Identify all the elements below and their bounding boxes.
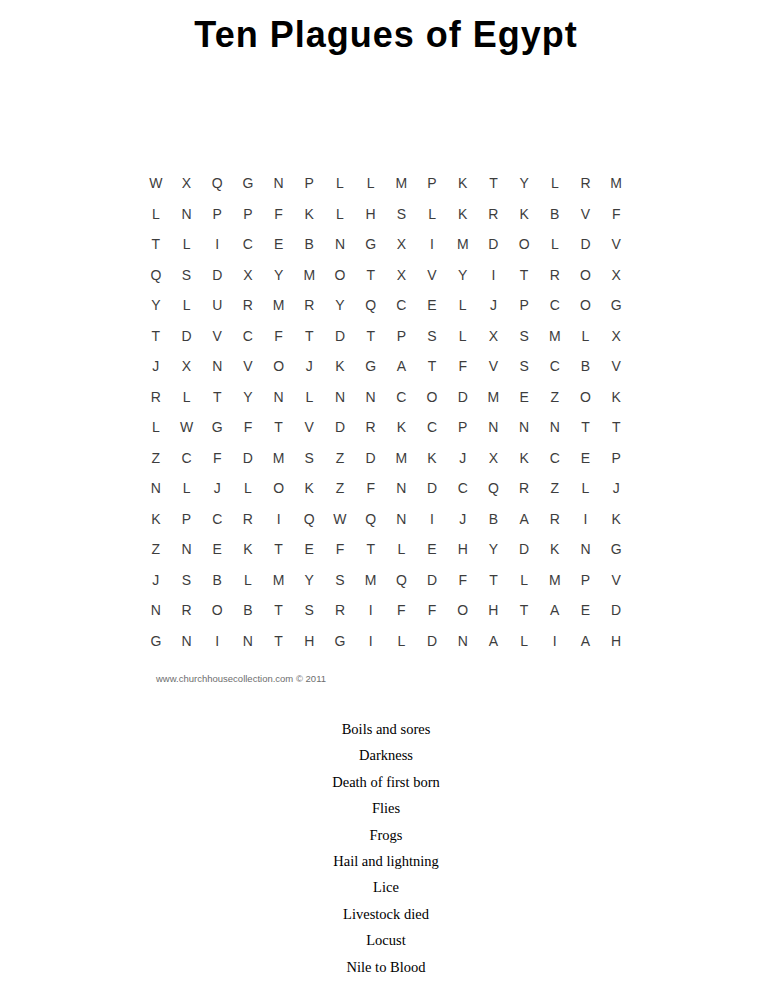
grid-cell: D: [417, 473, 448, 504]
grid-cell: D: [601, 595, 632, 626]
grid-cell: F: [355, 473, 386, 504]
grid-cell: O: [509, 229, 540, 260]
grid-cell: L: [570, 473, 601, 504]
grid-cell: K: [294, 473, 325, 504]
grid-cell: X: [601, 321, 632, 352]
grid-cell: N: [171, 534, 202, 565]
grid-cell: M: [478, 382, 509, 413]
grid-cell: F: [601, 199, 632, 230]
grid-cell: I: [417, 229, 448, 260]
grid-cell: L: [539, 168, 570, 199]
word-list-item: Nile to Blood: [0, 954, 772, 980]
grid-cell: S: [509, 321, 540, 352]
grid-cell: H: [355, 199, 386, 230]
grid-cell: O: [325, 260, 356, 291]
grid-cell: D: [233, 443, 264, 474]
grid-cell: O: [570, 290, 601, 321]
grid-cell: C: [202, 504, 233, 535]
grid-cell: R: [325, 595, 356, 626]
grid-cell: X: [478, 443, 509, 474]
grid-cell: T: [263, 412, 294, 443]
word-list: Boils and soresDarknessDeath of first bo…: [0, 716, 772, 980]
grid-cell: V: [570, 199, 601, 230]
grid-cell: R: [141, 382, 172, 413]
grid-cell: Q: [294, 504, 325, 535]
grid-cell: A: [539, 595, 570, 626]
grid-cell: Q: [478, 473, 509, 504]
grid-cell: W: [171, 412, 202, 443]
grid-cell: R: [171, 595, 202, 626]
grid-cell: D: [325, 412, 356, 443]
grid-cell: N: [171, 626, 202, 657]
grid-cell: R: [233, 290, 264, 321]
grid-cell: N: [386, 504, 417, 535]
grid-cell: L: [509, 626, 540, 657]
grid-cell: O: [570, 260, 601, 291]
grid-cell: K: [509, 199, 540, 230]
grid-cell: Y: [509, 168, 540, 199]
grid-cell: R: [539, 504, 570, 535]
grid-cell: N: [478, 412, 509, 443]
grid-cell: J: [141, 351, 172, 382]
grid-cell: Q: [202, 168, 233, 199]
grid-cell: K: [539, 534, 570, 565]
grid-cell: O: [263, 473, 294, 504]
grid-cell: N: [171, 199, 202, 230]
grid-cell: Y: [325, 290, 356, 321]
grid-cell: N: [141, 473, 172, 504]
grid-cell: T: [478, 565, 509, 596]
grid-cell: H: [447, 534, 478, 565]
grid-cell: C: [233, 229, 264, 260]
grid-cell: K: [447, 199, 478, 230]
grid-cell: X: [233, 260, 264, 291]
grid-cell: Y: [447, 260, 478, 291]
grid-cell: C: [233, 321, 264, 352]
grid-cell: K: [386, 412, 417, 443]
grid-cell: M: [263, 565, 294, 596]
grid-cell: V: [478, 351, 509, 382]
grid-cell: T: [141, 321, 172, 352]
grid-cell: H: [294, 626, 325, 657]
grid-cell: S: [294, 595, 325, 626]
grid-cell: D: [202, 260, 233, 291]
grid-cell: E: [294, 534, 325, 565]
grid-cell: T: [601, 412, 632, 443]
grid-cell: P: [570, 565, 601, 596]
grid-cell: K: [417, 443, 448, 474]
grid-cell: E: [417, 290, 448, 321]
grid-cell: J: [478, 290, 509, 321]
grid-cell: C: [539, 290, 570, 321]
grid-cell: K: [601, 504, 632, 535]
grid-cell: T: [263, 595, 294, 626]
grid-cell: V: [601, 565, 632, 596]
grid-cell: R: [539, 260, 570, 291]
grid-cell: L: [325, 168, 356, 199]
grid-cell: L: [386, 534, 417, 565]
grid-cell: Q: [141, 260, 172, 291]
grid-cell: N: [386, 473, 417, 504]
grid-cell: B: [478, 504, 509, 535]
word-list-item: Darkness: [0, 742, 772, 768]
grid-cell: L: [233, 565, 264, 596]
grid-cell: K: [233, 534, 264, 565]
grid-cell: P: [202, 199, 233, 230]
grid-cell: P: [417, 168, 448, 199]
grid-cell: V: [601, 229, 632, 260]
grid-cell: N: [202, 351, 233, 382]
grid-cell: I: [539, 626, 570, 657]
grid-cell: G: [355, 229, 386, 260]
word-list-item: Flies: [0, 795, 772, 821]
grid-cell: M: [386, 443, 417, 474]
grid-cell: M: [355, 565, 386, 596]
grid-cell: O: [417, 382, 448, 413]
grid-cell: B: [202, 565, 233, 596]
grid-cell: D: [325, 321, 356, 352]
grid-cell: K: [325, 351, 356, 382]
grid-cell: P: [294, 168, 325, 199]
puzzle-title: Ten Plagues of Egypt: [0, 14, 772, 56]
grid-cell: S: [294, 443, 325, 474]
grid-cell: D: [570, 229, 601, 260]
grid-cell: T: [202, 382, 233, 413]
grid-cell: P: [386, 321, 417, 352]
grid-cell: Q: [355, 504, 386, 535]
grid-cell: C: [171, 443, 202, 474]
grid-cell: T: [570, 412, 601, 443]
grid-cell: R: [294, 290, 325, 321]
grid-cell: V: [202, 321, 233, 352]
grid-cell: G: [202, 412, 233, 443]
grid-cell: R: [233, 504, 264, 535]
grid-cell: R: [570, 168, 601, 199]
grid-cell: O: [263, 351, 294, 382]
grid-cell: M: [601, 168, 632, 199]
grid-cell: D: [478, 229, 509, 260]
grid-cell: G: [355, 351, 386, 382]
grid-cell: T: [417, 351, 448, 382]
grid-cell: A: [570, 626, 601, 657]
grid-cell: S: [509, 351, 540, 382]
grid-cell: W: [141, 168, 172, 199]
grid-cell: D: [417, 626, 448, 657]
grid-cell: K: [601, 382, 632, 413]
grid-cell: M: [386, 168, 417, 199]
grid-cell: L: [294, 382, 325, 413]
grid-cell: G: [601, 534, 632, 565]
grid-cell: L: [355, 168, 386, 199]
word-list-item: Boils and sores: [0, 716, 772, 742]
grid-cell: L: [233, 473, 264, 504]
grid-cell: T: [141, 229, 172, 260]
word-search-grid: WXQGNPLLMPKTYLRMLNPPFKLHSLKRKBVFTLICEBNG…: [141, 168, 632, 656]
grid-cell: I: [263, 504, 294, 535]
grid-cell: N: [141, 595, 172, 626]
grid-cell: N: [263, 382, 294, 413]
grid-cell: S: [171, 260, 202, 291]
grid-cell: J: [202, 473, 233, 504]
grid-cell: F: [447, 565, 478, 596]
grid-cell: R: [478, 199, 509, 230]
grid-cell: L: [171, 382, 202, 413]
grid-cell: I: [478, 260, 509, 291]
grid-cell: Q: [386, 565, 417, 596]
page: Ten Plagues of Egypt WXQGNPLLMPKTYLRMLNP…: [0, 0, 772, 999]
grid-cell: Y: [233, 382, 264, 413]
grid-cell: G: [233, 168, 264, 199]
grid-cell: I: [417, 504, 448, 535]
grid-cell: T: [478, 168, 509, 199]
grid-cell: T: [355, 260, 386, 291]
grid-cell: D: [355, 443, 386, 474]
grid-cell: K: [447, 168, 478, 199]
grid-cell: J: [447, 504, 478, 535]
grid-cell: F: [263, 199, 294, 230]
grid-cell: T: [263, 534, 294, 565]
grid-cell: P: [171, 504, 202, 535]
grid-cell: L: [141, 199, 172, 230]
grid-cell: C: [417, 412, 448, 443]
grid-cell: L: [386, 626, 417, 657]
grid-cell: F: [325, 534, 356, 565]
grid-cell: I: [202, 229, 233, 260]
grid-cell: T: [355, 321, 386, 352]
grid-cell: E: [202, 534, 233, 565]
grid-cell: N: [325, 229, 356, 260]
word-list-item: Locust: [0, 927, 772, 953]
grid-cell: S: [171, 565, 202, 596]
grid-cell: L: [171, 473, 202, 504]
grid-cell: Y: [263, 260, 294, 291]
grid-cell: V: [233, 351, 264, 382]
grid-cell: P: [509, 290, 540, 321]
grid-cell: L: [417, 199, 448, 230]
grid-cell: Q: [355, 290, 386, 321]
grid-cell: B: [570, 351, 601, 382]
grid-cell: T: [509, 260, 540, 291]
grid-cell: N: [447, 626, 478, 657]
grid-cell: Z: [539, 382, 570, 413]
grid-cell: P: [233, 199, 264, 230]
grid-cell: L: [509, 565, 540, 596]
grid-cell: C: [539, 351, 570, 382]
grid-cell: T: [263, 626, 294, 657]
grid-cell: O: [202, 595, 233, 626]
grid-cell: M: [263, 443, 294, 474]
word-list-item: Death of first born: [0, 769, 772, 795]
grid-cell: B: [539, 199, 570, 230]
grid-cell: Z: [141, 443, 172, 474]
copyright-text: www.churchhousecollection.com © 2011: [156, 673, 326, 684]
grid-cell: S: [417, 321, 448, 352]
grid-cell: A: [509, 504, 540, 535]
grid-cell: X: [171, 351, 202, 382]
grid-cell: V: [601, 351, 632, 382]
grid-cell: M: [263, 290, 294, 321]
grid-cell: V: [294, 412, 325, 443]
grid-cell: L: [141, 412, 172, 443]
grid-cell: F: [386, 595, 417, 626]
grid-cell: X: [386, 229, 417, 260]
grid-cell: B: [294, 229, 325, 260]
grid-cell: M: [447, 229, 478, 260]
grid-cell: F: [202, 443, 233, 474]
grid-cell: J: [601, 473, 632, 504]
grid-cell: C: [386, 382, 417, 413]
grid-cell: Y: [141, 290, 172, 321]
grid-cell: Z: [141, 534, 172, 565]
grid-cell: J: [447, 443, 478, 474]
grid-cell: G: [601, 290, 632, 321]
grid-cell: N: [233, 626, 264, 657]
grid-cell: J: [294, 351, 325, 382]
grid-cell: D: [417, 565, 448, 596]
grid-cell: S: [325, 565, 356, 596]
grid-cell: V: [417, 260, 448, 291]
grid-cell: S: [386, 199, 417, 230]
grid-cell: N: [355, 382, 386, 413]
grid-cell: E: [570, 595, 601, 626]
grid-cell: X: [386, 260, 417, 291]
grid-cell: D: [171, 321, 202, 352]
grid-cell: F: [417, 595, 448, 626]
grid-cell: E: [570, 443, 601, 474]
grid-cell: E: [417, 534, 448, 565]
grid-cell: F: [233, 412, 264, 443]
grid-cell: C: [447, 473, 478, 504]
grid-cell: K: [509, 443, 540, 474]
grid-cell: Y: [478, 534, 509, 565]
grid-cell: N: [570, 534, 601, 565]
grid-cell: A: [386, 351, 417, 382]
grid-cell: N: [509, 412, 540, 443]
grid-cell: Z: [325, 473, 356, 504]
grid-cell: T: [509, 595, 540, 626]
grid-cell: L: [171, 229, 202, 260]
grid-cell: Z: [539, 473, 570, 504]
grid-cell: H: [478, 595, 509, 626]
grid-cell: M: [539, 565, 570, 596]
word-list-item: Livestock died: [0, 901, 772, 927]
grid-cell: K: [294, 199, 325, 230]
grid-cell: I: [570, 504, 601, 535]
grid-cell: L: [447, 290, 478, 321]
grid-cell: Z: [325, 443, 356, 474]
grid-cell: Y: [294, 565, 325, 596]
grid-cell: I: [355, 595, 386, 626]
grid-cell: E: [263, 229, 294, 260]
grid-cell: G: [141, 626, 172, 657]
grid-cell: M: [539, 321, 570, 352]
grid-cell: T: [355, 534, 386, 565]
grid-cell: X: [478, 321, 509, 352]
grid-cell: A: [478, 626, 509, 657]
grid-cell: P: [601, 443, 632, 474]
grid-cell: C: [386, 290, 417, 321]
grid-cell: D: [447, 382, 478, 413]
grid-cell: N: [539, 412, 570, 443]
grid-cell: M: [294, 260, 325, 291]
grid-cell: R: [509, 473, 540, 504]
grid-cell: L: [539, 229, 570, 260]
grid-cell: N: [263, 168, 294, 199]
grid-cell: J: [141, 565, 172, 596]
grid-cell: G: [325, 626, 356, 657]
grid-cell: O: [570, 382, 601, 413]
grid-cell: P: [447, 412, 478, 443]
grid-cell: C: [539, 443, 570, 474]
grid-cell: T: [294, 321, 325, 352]
grid-cell: L: [447, 321, 478, 352]
grid-cell: W: [325, 504, 356, 535]
word-list-item: Lice: [0, 874, 772, 900]
grid-cell: L: [171, 290, 202, 321]
grid-cell: D: [509, 534, 540, 565]
word-list-item: Frogs: [0, 822, 772, 848]
grid-cell: F: [263, 321, 294, 352]
grid-cell: R: [355, 412, 386, 443]
grid-cell: I: [202, 626, 233, 657]
grid-cell: O: [447, 595, 478, 626]
grid-cell: L: [325, 199, 356, 230]
grid-cell: N: [325, 382, 356, 413]
grid-cell: X: [171, 168, 202, 199]
word-list-item: Hail and lightning: [0, 848, 772, 874]
grid-cell: F: [447, 351, 478, 382]
grid-cell: X: [601, 260, 632, 291]
grid-cell: B: [233, 595, 264, 626]
grid-cell: E: [509, 382, 540, 413]
grid-cell: U: [202, 290, 233, 321]
grid-cell: I: [355, 626, 386, 657]
grid-cell: L: [570, 321, 601, 352]
grid-cell: K: [141, 504, 172, 535]
grid-cell: H: [601, 626, 632, 657]
